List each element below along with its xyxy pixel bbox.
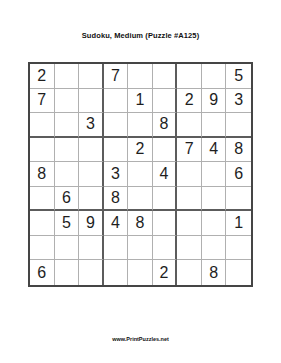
cell-r1c4: 7 xyxy=(104,64,129,89)
cell-r2c8: 9 xyxy=(202,89,227,114)
cell-r3c3: 3 xyxy=(79,113,104,138)
cell-r9c1: 6 xyxy=(30,260,55,285)
cell-r8c6 xyxy=(153,236,178,261)
cell-r8c5 xyxy=(128,236,153,261)
cell-r5c6: 4 xyxy=(153,162,178,187)
cell-r6c5 xyxy=(128,187,153,212)
cell-r7c5: 8 xyxy=(128,211,153,236)
cell-r2c3 xyxy=(79,89,104,114)
cell-r5c8 xyxy=(202,162,227,187)
cell-r2c7: 2 xyxy=(177,89,202,114)
cell-r8c4 xyxy=(104,236,129,261)
cell-r6c1 xyxy=(30,187,55,212)
cell-r8c2 xyxy=(55,236,80,261)
cell-r8c9 xyxy=(226,236,251,261)
cell-r6c2: 6 xyxy=(55,187,80,212)
cell-r1c7 xyxy=(177,64,202,89)
cell-r5c1: 8 xyxy=(30,162,55,187)
cell-r9c4 xyxy=(104,260,129,285)
cell-r1c9: 5 xyxy=(226,64,251,89)
cell-r7c4: 4 xyxy=(104,211,129,236)
cell-r9c5 xyxy=(128,260,153,285)
cell-r4c9: 8 xyxy=(226,138,251,163)
cell-r2c1: 7 xyxy=(30,89,55,114)
cell-r8c7 xyxy=(177,236,202,261)
cell-r6c7 xyxy=(177,187,202,212)
cell-r9c8: 8 xyxy=(202,260,227,285)
cell-r9c9 xyxy=(226,260,251,285)
cell-r6c4: 8 xyxy=(104,187,129,212)
cell-r9c6: 2 xyxy=(153,260,178,285)
cell-r5c3 xyxy=(79,162,104,187)
cell-r1c6 xyxy=(153,64,178,89)
cell-r7c1 xyxy=(30,211,55,236)
cell-r8c1 xyxy=(30,236,55,261)
cell-r9c7 xyxy=(177,260,202,285)
cell-r3c4 xyxy=(104,113,129,138)
cell-r6c6 xyxy=(153,187,178,212)
cell-r2c9: 3 xyxy=(226,89,251,114)
cell-r3c7 xyxy=(177,113,202,138)
cell-r1c8 xyxy=(202,64,227,89)
cell-r4c2 xyxy=(55,138,80,163)
cell-r4c7: 7 xyxy=(177,138,202,163)
cell-r5c7 xyxy=(177,162,202,187)
cell-r2c2 xyxy=(55,89,80,114)
puzzle-page: Sudoku, Medium (Puzzle #A125) 2757129338… xyxy=(0,0,281,363)
cell-r1c3 xyxy=(79,64,104,89)
cell-r5c4: 3 xyxy=(104,162,129,187)
cell-r2c5: 1 xyxy=(128,89,153,114)
cell-r3c1 xyxy=(30,113,55,138)
cell-r3c8 xyxy=(202,113,227,138)
cell-r1c2 xyxy=(55,64,80,89)
cell-r8c3 xyxy=(79,236,104,261)
cell-r2c4 xyxy=(104,89,129,114)
sudoku-grid: 2757129338274883466859481628 xyxy=(28,62,253,287)
cell-r2c6 xyxy=(153,89,178,114)
cell-r7c9: 1 xyxy=(226,211,251,236)
cell-r9c2 xyxy=(55,260,80,285)
cell-r6c3 xyxy=(79,187,104,212)
cell-r7c7 xyxy=(177,211,202,236)
footer-url: www.PrintPuzzles.net xyxy=(0,336,281,342)
cell-r4c3 xyxy=(79,138,104,163)
cell-r1c1: 2 xyxy=(30,64,55,89)
cell-r5c9: 6 xyxy=(226,162,251,187)
cell-r3c6: 8 xyxy=(153,113,178,138)
cell-r3c5 xyxy=(128,113,153,138)
cell-r7c8 xyxy=(202,211,227,236)
cell-r9c3 xyxy=(79,260,104,285)
cell-r4c4 xyxy=(104,138,129,163)
cell-r5c2 xyxy=(55,162,80,187)
cell-r3c2 xyxy=(55,113,80,138)
cell-r1c5 xyxy=(128,64,153,89)
cell-r7c6 xyxy=(153,211,178,236)
cell-r5c5 xyxy=(128,162,153,187)
cell-r8c8 xyxy=(202,236,227,261)
cell-r3c9 xyxy=(226,113,251,138)
cell-r7c3: 9 xyxy=(79,211,104,236)
cell-r4c1 xyxy=(30,138,55,163)
cell-r4c5: 2 xyxy=(128,138,153,163)
page-title: Sudoku, Medium (Puzzle #A125) xyxy=(0,31,281,40)
cell-r4c8: 4 xyxy=(202,138,227,163)
cell-r4c6 xyxy=(153,138,178,163)
cell-r7c2: 5 xyxy=(55,211,80,236)
cell-r6c8 xyxy=(202,187,227,212)
cell-r6c9 xyxy=(226,187,251,212)
